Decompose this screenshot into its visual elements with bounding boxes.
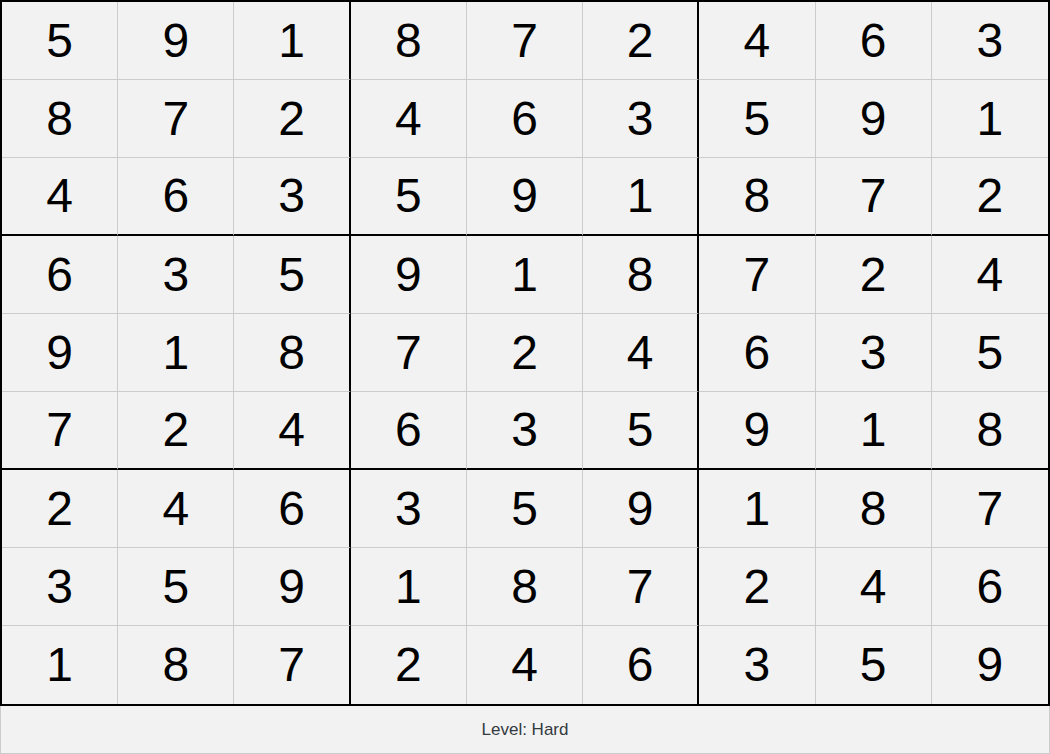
sudoku-cell[interactable]: 8 xyxy=(467,548,583,626)
sudoku-cell[interactable]: 5 xyxy=(583,392,699,470)
sudoku-cell[interactable]: 5 xyxy=(118,548,234,626)
sudoku-cell[interactable]: 2 xyxy=(583,2,699,80)
sudoku-cell[interactable]: 4 xyxy=(2,158,118,236)
sudoku-cell[interactable]: 6 xyxy=(118,158,234,236)
sudoku-cell[interactable]: 5 xyxy=(2,2,118,80)
sudoku-cell[interactable]: 7 xyxy=(234,626,350,704)
sudoku-cell[interactable]: 2 xyxy=(2,470,118,548)
sudoku-cell[interactable]: 1 xyxy=(118,314,234,392)
sudoku-cell[interactable]: 8 xyxy=(234,314,350,392)
sudoku-cell[interactable]: 8 xyxy=(816,470,932,548)
sudoku-cell[interactable]: 6 xyxy=(467,80,583,158)
sudoku-cell[interactable]: 6 xyxy=(2,236,118,314)
sudoku-cell[interactable]: 2 xyxy=(351,626,467,704)
sudoku-cell[interactable]: 6 xyxy=(234,470,350,548)
sudoku-cell[interactable]: 4 xyxy=(932,236,1048,314)
sudoku-cell[interactable]: 6 xyxy=(932,548,1048,626)
sudoku-cell[interactable]: 2 xyxy=(467,314,583,392)
sudoku-cell[interactable]: 3 xyxy=(932,2,1048,80)
sudoku-cell[interactable]: 8 xyxy=(118,626,234,704)
sudoku-cell[interactable]: 7 xyxy=(351,314,467,392)
status-bar: Level: Hard xyxy=(0,706,1050,754)
sudoku-cell[interactable]: 9 xyxy=(699,392,815,470)
sudoku-cell[interactable]: 3 xyxy=(2,548,118,626)
sudoku-cell[interactable]: 1 xyxy=(351,548,467,626)
sudoku-cell[interactable]: 4 xyxy=(118,470,234,548)
sudoku-cell[interactable]: 3 xyxy=(699,626,815,704)
sudoku-cell[interactable]: 3 xyxy=(583,80,699,158)
sudoku-cell[interactable]: 4 xyxy=(699,2,815,80)
sudoku-cell[interactable]: 7 xyxy=(2,392,118,470)
sudoku-cell[interactable]: 9 xyxy=(118,2,234,80)
sudoku-board: 5918724638724635914635918726359187249187… xyxy=(0,0,1050,706)
sudoku-cell[interactable]: 5 xyxy=(699,80,815,158)
sudoku-cell[interactable]: 6 xyxy=(816,2,932,80)
sudoku-cell[interactable]: 9 xyxy=(583,470,699,548)
sudoku-cell[interactable]: 5 xyxy=(816,626,932,704)
sudoku-cell[interactable]: 1 xyxy=(583,158,699,236)
sudoku-cell[interactable]: 4 xyxy=(234,392,350,470)
sudoku-cell[interactable]: 2 xyxy=(118,392,234,470)
sudoku-cell[interactable]: 5 xyxy=(932,314,1048,392)
sudoku-cell[interactable]: 7 xyxy=(932,470,1048,548)
sudoku-cell[interactable]: 4 xyxy=(816,548,932,626)
sudoku-cell[interactable]: 4 xyxy=(583,314,699,392)
sudoku-cell[interactable]: 2 xyxy=(234,80,350,158)
sudoku-cell[interactable]: 3 xyxy=(816,314,932,392)
sudoku-cell[interactable]: 7 xyxy=(816,158,932,236)
sudoku-cell[interactable]: 9 xyxy=(351,236,467,314)
level-label: Level: Hard xyxy=(482,720,569,740)
sudoku-cell[interactable]: 4 xyxy=(467,626,583,704)
sudoku-cell[interactable]: 1 xyxy=(2,626,118,704)
sudoku-cell[interactable]: 7 xyxy=(583,548,699,626)
sudoku-cell[interactable]: 3 xyxy=(234,158,350,236)
sudoku-cell[interactable]: 7 xyxy=(699,236,815,314)
sudoku-cell[interactable]: 7 xyxy=(467,2,583,80)
sudoku-app: 5918724638724635914635918726359187249187… xyxy=(0,0,1050,754)
sudoku-cell[interactable]: 8 xyxy=(351,2,467,80)
sudoku-cell[interactable]: 1 xyxy=(699,470,815,548)
sudoku-cell[interactable]: 2 xyxy=(932,158,1048,236)
sudoku-cell[interactable]: 1 xyxy=(467,236,583,314)
sudoku-cell[interactable]: 9 xyxy=(2,314,118,392)
sudoku-cell[interactable]: 1 xyxy=(932,80,1048,158)
sudoku-cell[interactable]: 5 xyxy=(351,158,467,236)
sudoku-cell[interactable]: 2 xyxy=(816,236,932,314)
sudoku-cell[interactable]: 6 xyxy=(699,314,815,392)
sudoku-cell[interactable]: 1 xyxy=(234,2,350,80)
sudoku-cell[interactable]: 4 xyxy=(351,80,467,158)
sudoku-cell[interactable]: 9 xyxy=(467,158,583,236)
sudoku-cell[interactable]: 6 xyxy=(351,392,467,470)
sudoku-cell[interactable]: 8 xyxy=(2,80,118,158)
sudoku-cell[interactable]: 6 xyxy=(583,626,699,704)
sudoku-cell[interactable]: 3 xyxy=(351,470,467,548)
sudoku-cell[interactable]: 5 xyxy=(234,236,350,314)
sudoku-cell[interactable]: 8 xyxy=(699,158,815,236)
sudoku-cell[interactable]: 3 xyxy=(467,392,583,470)
sudoku-cell[interactable]: 9 xyxy=(816,80,932,158)
sudoku-cell[interactable]: 7 xyxy=(118,80,234,158)
sudoku-cell[interactable]: 9 xyxy=(932,626,1048,704)
sudoku-cell[interactable]: 3 xyxy=(118,236,234,314)
sudoku-cell[interactable]: 5 xyxy=(467,470,583,548)
sudoku-cell[interactable]: 1 xyxy=(816,392,932,470)
sudoku-cell[interactable]: 8 xyxy=(583,236,699,314)
sudoku-cell[interactable]: 8 xyxy=(932,392,1048,470)
sudoku-cell[interactable]: 9 xyxy=(234,548,350,626)
sudoku-cell[interactable]: 2 xyxy=(699,548,815,626)
